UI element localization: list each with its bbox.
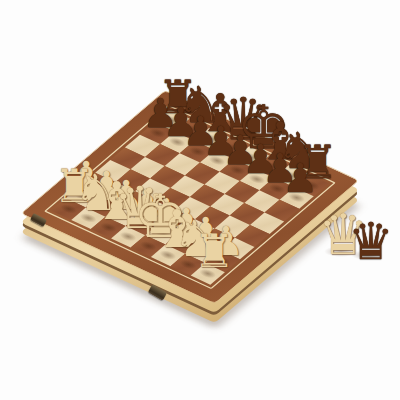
square-h1[interactable]: ♜	[190, 263, 225, 285]
chess-board: ♜♞♝♛♚♝♞♜♟♟♟♟♟♟♟♟♟♟♟♟♟♟♟♟♜♞♝♛♚♝♞♜	[20, 90, 359, 304]
black-pawn: ♟	[282, 158, 312, 198]
white-rook: ♜	[193, 228, 223, 274]
chess-set-photo: ♜♞♝♛♚♝♞♜♟♟♟♟♟♟♟♟♟♟♟♟♟♟♟♟♜♞♝♛♚♝♞♜ ♛ ♛	[0, 0, 400, 400]
offboard-black-queen[interactable]: ♛	[348, 216, 394, 267]
